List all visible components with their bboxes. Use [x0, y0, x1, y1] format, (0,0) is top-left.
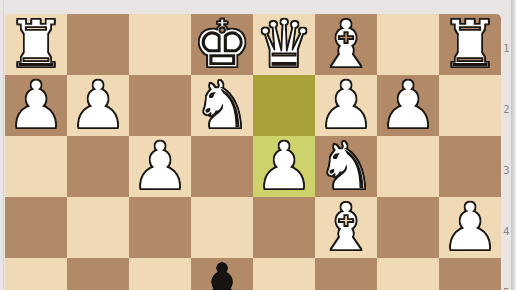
square-g3[interactable]: [67, 136, 129, 197]
square-f2[interactable]: [129, 75, 191, 136]
square-h5[interactable]: [5, 258, 67, 290]
square-e1[interactable]: ♚: [191, 14, 253, 75]
white-pawn-f3[interactable]: ♟: [130, 134, 189, 200]
square-e2[interactable]: ♞: [191, 75, 253, 136]
square-d1[interactable]: ♛: [253, 14, 315, 75]
square-h4[interactable]: [5, 197, 67, 258]
square-b3[interactable]: [377, 136, 439, 197]
square-f5[interactable]: [129, 258, 191, 290]
white-pawn-h2[interactable]: ♟: [6, 73, 65, 139]
square-c3[interactable]: ♞: [315, 136, 377, 197]
white-queen-d1[interactable]: ♛: [254, 14, 313, 78]
chess-app-viewport: { "game": "chess", "view": { "descriptio…: [0, 0, 516, 290]
square-b2[interactable]: ♟: [377, 75, 439, 136]
square-a2[interactable]: [439, 75, 501, 136]
square-c2[interactable]: ♟: [315, 75, 377, 136]
left-edge-divider: [3, 0, 4, 290]
square-g5[interactable]: [67, 258, 129, 290]
square-h1[interactable]: ♜: [5, 14, 67, 75]
square-b5[interactable]: [377, 258, 439, 290]
square-h3[interactable]: [5, 136, 67, 197]
square-c1[interactable]: ♝: [315, 14, 377, 75]
square-d2[interactable]: [253, 75, 315, 136]
white-pawn-d3[interactable]: ♟: [254, 134, 313, 200]
square-d3[interactable]: ♟: [253, 136, 315, 197]
white-pawn-b2[interactable]: ♟: [378, 73, 437, 139]
square-e5[interactable]: ♟: [191, 258, 253, 290]
square-b4[interactable]: [377, 197, 439, 258]
white-bishop-c4[interactable]: ♝: [316, 195, 375, 261]
square-a1[interactable]: ♜: [439, 14, 501, 75]
chess-board: ♜♚♛♝♜♟♟♞♟♟♟♟♞♝♟♟: [5, 14, 501, 290]
square-a5[interactable]: [439, 258, 501, 290]
square-g1[interactable]: [67, 14, 129, 75]
scrollbar[interactable]: [511, 0, 516, 290]
white-rook-a1[interactable]: ♜: [440, 14, 499, 78]
square-g2[interactable]: ♟: [67, 75, 129, 136]
white-knight-e2[interactable]: ♞: [192, 73, 251, 139]
square-d4[interactable]: [253, 197, 315, 258]
square-c4[interactable]: ♝: [315, 197, 377, 258]
black-pawn-e5[interactable]: ♟: [192, 256, 251, 290]
square-e4[interactable]: [191, 197, 253, 258]
square-f4[interactable]: [129, 197, 191, 258]
square-e3[interactable]: [191, 136, 253, 197]
square-g4[interactable]: [67, 197, 129, 258]
square-a3[interactable]: [439, 136, 501, 197]
white-pawn-g2[interactable]: ♟: [68, 73, 127, 139]
square-d5[interactable]: [253, 258, 315, 290]
white-pawn-a4[interactable]: ♟: [440, 195, 499, 261]
square-f1[interactable]: [129, 14, 191, 75]
square-h2[interactable]: ♟: [5, 75, 67, 136]
square-f3[interactable]: ♟: [129, 136, 191, 197]
square-a4[interactable]: ♟: [439, 197, 501, 258]
square-c5[interactable]: [315, 258, 377, 290]
square-b1[interactable]: [377, 14, 439, 75]
